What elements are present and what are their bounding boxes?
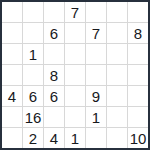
grid-cell-r2c6[interactable] <box>107 23 127 43</box>
grid-cell-r6c2[interactable]: 16 <box>23 107 43 127</box>
grid-cell-r2c4[interactable] <box>65 23 85 43</box>
grid-cell-r6c3[interactable] <box>44 107 64 127</box>
grid-cell-r1c6[interactable] <box>107 2 127 22</box>
grid-cell-r5c2[interactable]: 6 <box>23 86 43 106</box>
grid-cell-r3c7[interactable] <box>128 44 148 64</box>
grid-cell-r4c7[interactable] <box>128 65 148 85</box>
grid-cell-r7c4[interactable]: 1 <box>65 128 85 148</box>
grid-cell-r7c2[interactable]: 2 <box>23 128 43 148</box>
grid-cell-r2c7[interactable]: 8 <box>128 23 148 43</box>
grid-cell-r2c3[interactable]: 6 <box>44 23 64 43</box>
grid-cell-r4c3[interactable]: 8 <box>44 65 64 85</box>
grid-cell-r4c4[interactable] <box>65 65 85 85</box>
grid-cell-r7c3[interactable]: 4 <box>44 128 64 148</box>
grid-cell-r1c7[interactable] <box>128 2 148 22</box>
grid-cell-r1c3[interactable] <box>44 2 64 22</box>
grid-cell-r7c6[interactable] <box>107 128 127 148</box>
grid-cell-r2c5[interactable]: 7 <box>86 23 106 43</box>
grid-cell-r4c2[interactable] <box>23 65 43 85</box>
grid-cell-r6c5[interactable]: 1 <box>86 107 106 127</box>
grid-cell-r5c1[interactable]: 4 <box>2 86 22 106</box>
grid-cell-r3c1[interactable] <box>2 44 22 64</box>
grid-cell-r4c5[interactable] <box>86 65 106 85</box>
puzzle-board: 767818466916124110 <box>0 0 150 150</box>
grid-cell-r2c2[interactable] <box>23 23 43 43</box>
grid-cell-r5c7[interactable] <box>128 86 148 106</box>
grid-cell-r4c1[interactable] <box>2 65 22 85</box>
grid-cell-r1c4[interactable]: 7 <box>65 2 85 22</box>
grid-cell-r2c1[interactable] <box>2 23 22 43</box>
grid-cell-r6c1[interactable] <box>2 107 22 127</box>
grid-cell-r5c5[interactable]: 9 <box>86 86 106 106</box>
grid-cell-r5c4[interactable] <box>65 86 85 106</box>
grid-cell-r1c1[interactable] <box>2 2 22 22</box>
grid-cell-r6c6[interactable] <box>107 107 127 127</box>
grid-cell-r6c4[interactable] <box>65 107 85 127</box>
grid-cell-r3c2[interactable]: 1 <box>23 44 43 64</box>
grid-cell-r1c5[interactable] <box>86 2 106 22</box>
grid-cell-r4c6[interactable] <box>107 65 127 85</box>
grid-cell-r5c6[interactable] <box>107 86 127 106</box>
grid-cell-r3c5[interactable] <box>86 44 106 64</box>
grid-cell-r5c3[interactable]: 6 <box>44 86 64 106</box>
grid-cell-r1c2[interactable] <box>23 2 43 22</box>
grid-cell-r3c3[interactable] <box>44 44 64 64</box>
grid-cell-r6c7[interactable] <box>128 107 148 127</box>
grid-cell-r7c7[interactable]: 10 <box>128 128 148 148</box>
grid-cell-r7c1[interactable] <box>2 128 22 148</box>
grid-cell-r3c4[interactable] <box>65 44 85 64</box>
grid-cell-r3c6[interactable] <box>107 44 127 64</box>
grid-cell-r7c5[interactable] <box>86 128 106 148</box>
